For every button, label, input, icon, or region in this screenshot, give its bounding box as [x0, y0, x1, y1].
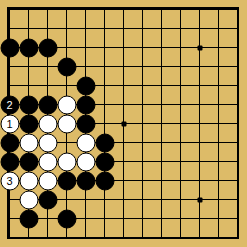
- move-3-stone[interactable]: 3: [0, 171, 19, 190]
- black-stone-c4-r10[interactable]: [57, 171, 76, 190]
- white-stone-c4-r7[interactable]: [57, 114, 76, 133]
- black-stone-c2-r12[interactable]: [19, 209, 38, 228]
- move-1-stone[interactable]: 1: [0, 114, 19, 133]
- black-stone-c2-r9[interactable]: [19, 152, 38, 171]
- white-stone-c3-r10[interactable]: [38, 171, 57, 190]
- white-stone-c3-r7[interactable]: [38, 114, 57, 133]
- white-stone-c5-r9[interactable]: [76, 152, 95, 171]
- white-stone-c3-r8[interactable]: [38, 133, 57, 152]
- black-stone-c6-r10[interactable]: [95, 171, 114, 190]
- black-stone-c2-r3[interactable]: [19, 38, 38, 57]
- black-stone-c4-r4[interactable]: [57, 57, 76, 76]
- white-stone-c4-r6[interactable]: [57, 95, 76, 114]
- white-stone-c5-r8[interactable]: [76, 133, 95, 152]
- black-stone-c2-r7[interactable]: [19, 114, 38, 133]
- white-stone-c2-r11[interactable]: [19, 190, 38, 209]
- white-stone-c2-r8[interactable]: [19, 133, 38, 152]
- star-point: [121, 121, 126, 126]
- black-stone-c2-r6[interactable]: [19, 95, 38, 114]
- black-stone-c1-r8[interactable]: [0, 133, 19, 152]
- black-stone-c5-r7[interactable]: [76, 114, 95, 133]
- black-stone-c5-r10[interactable]: [76, 171, 95, 190]
- black-stone-c5-r6[interactable]: [76, 95, 95, 114]
- move-2-stone[interactable]: 2: [0, 95, 19, 114]
- black-stone-c6-r8[interactable]: [95, 133, 114, 152]
- black-stone-c3-r3[interactable]: [38, 38, 57, 57]
- black-stone-c3-r11[interactable]: [38, 190, 57, 209]
- black-stone-c4-r12[interactable]: [57, 209, 76, 228]
- black-stone-c1-r3[interactable]: [0, 38, 19, 57]
- star-point: [197, 45, 202, 50]
- black-stone-c1-r9[interactable]: [0, 152, 19, 171]
- white-stone-c3-r9[interactable]: [38, 152, 57, 171]
- black-stone-c3-r6[interactable]: [38, 95, 57, 114]
- black-stone-c5-r5[interactable]: [76, 76, 95, 95]
- go-board[interactable]: 213: [0, 0, 247, 247]
- star-point: [197, 197, 202, 202]
- white-stone-c2-r10[interactable]: [19, 171, 38, 190]
- black-stone-c6-r9[interactable]: [95, 152, 114, 171]
- white-stone-c4-r9[interactable]: [57, 152, 76, 171]
